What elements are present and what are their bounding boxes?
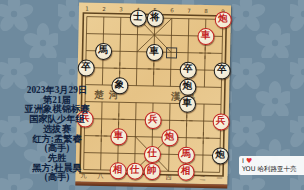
piece-red-chariot[interactable]: 車 — [197, 27, 214, 44]
piece-black-advisor[interactable]: 士 — [129, 9, 146, 26]
piece-black-pawn[interactable]: 卒 — [213, 62, 230, 79]
piece-red-cannon[interactable]: 炮 — [214, 11, 231, 28]
piece-black-general[interactable]: 将 — [146, 9, 163, 26]
piece-black-cannon[interactable]: 炮 — [211, 147, 228, 164]
piece-red-elephant[interactable]: 相 — [177, 163, 194, 180]
piece-red-pawn[interactable]: 兵 — [212, 113, 229, 130]
piece-black-horse[interactable]: 馬 — [94, 42, 111, 59]
piece-black-chariot[interactable]: 車 — [178, 95, 195, 112]
piece-red-general[interactable]: 帥 — [143, 162, 160, 179]
last-move-origin-marker — [165, 47, 176, 58]
piece-black-cannon[interactable]: 炮 — [179, 78, 196, 95]
piece-black-pawn[interactable]: 卒 — [179, 61, 196, 78]
piece-red-horse[interactable]: 馬 — [177, 146, 194, 163]
video-frame: 2023年3月29日 第21届 亚洲象棋锦标赛 国家队少年组 选拔赛 红方:孟繁… — [0, 0, 304, 190]
watermark-line1: I ♥ — [242, 157, 304, 165]
piece-black-chariot[interactable]: 車 — [145, 43, 162, 60]
piece-red-pawn[interactable]: 兵 — [144, 111, 161, 128]
piece-red-advisor[interactable]: 仕 — [143, 145, 160, 162]
tournament-info-panel: 2023年3月29日 第21届 亚洲象棋锦标赛 国家队少年组 选拔赛 红方:孟繁… — [0, 86, 114, 183]
piece-red-advisor[interactable]: 仕 — [126, 162, 143, 179]
piece-red-cannon[interactable]: 炮 — [161, 129, 178, 146]
black-title-line: (高手) — [0, 173, 114, 183]
watermark-line2: YOU 哈利路亚十亮 — [242, 165, 304, 173]
heart-icon: ♥ — [246, 157, 252, 165]
watermark-badge: I ♥ YOU 哈利路亚十亮 — [239, 156, 304, 175]
piece-black-pawn[interactable]: 卒 — [77, 59, 94, 76]
